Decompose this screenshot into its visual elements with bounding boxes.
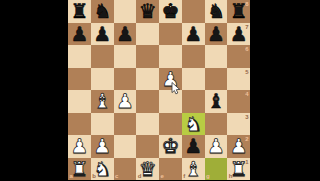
square-c1[interactable]: c (114, 158, 137, 181)
piece-black-queen[interactable]: ♛ (139, 1, 157, 21)
square-e3[interactable] (159, 113, 182, 136)
square-h6[interactable]: 6 (227, 45, 250, 68)
square-g2[interactable]: ♟ (205, 135, 228, 158)
square-f5[interactable] (182, 68, 205, 91)
square-e2[interactable]: ♚ (159, 135, 182, 158)
square-a3[interactable] (68, 113, 91, 136)
piece-white-king[interactable]: ♚ (161, 136, 179, 156)
rank-label-6: 6 (245, 46, 248, 52)
square-f2[interactable]: ♟ (182, 135, 205, 158)
square-g3[interactable] (205, 113, 228, 136)
file-label-e: e (161, 173, 164, 179)
piece-white-rook[interactable]: ♜ (230, 158, 248, 178)
piece-black-knight[interactable]: ♞ (93, 1, 111, 21)
piece-white-pawn[interactable]: ♟ (230, 136, 248, 156)
piece-white-knight[interactable]: ♞ (184, 113, 202, 133)
rank-label-4: 4 (245, 91, 248, 97)
square-a7[interactable]: ♟ (68, 23, 91, 46)
square-c8[interactable] (114, 0, 137, 23)
piece-white-knight[interactable]: ♞ (93, 158, 111, 178)
square-a4[interactable] (68, 90, 91, 113)
square-d2[interactable] (136, 135, 159, 158)
piece-black-rook[interactable]: ♜ (70, 1, 88, 21)
piece-white-queen[interactable]: ♛ (139, 158, 157, 178)
piece-black-rook[interactable]: ♜ (230, 1, 248, 21)
square-h3[interactable]: 3 (227, 113, 250, 136)
square-b7[interactable]: ♟ (91, 23, 114, 46)
square-b4[interactable]: ♝ (91, 90, 114, 113)
square-e1[interactable]: e (159, 158, 182, 181)
square-f1[interactable]: ♝f (182, 158, 205, 181)
piece-white-pawn[interactable]: ♟ (161, 68, 179, 88)
square-f8[interactable] (182, 0, 205, 23)
piece-black-knight[interactable]: ♞ (207, 1, 225, 21)
piece-black-king[interactable]: ♚ (161, 1, 179, 21)
square-g8[interactable]: ♞ (205, 0, 228, 23)
square-f6[interactable] (182, 45, 205, 68)
piece-white-bishop[interactable]: ♝ (93, 91, 111, 111)
square-e6[interactable] (159, 45, 182, 68)
square-a1[interactable]: ♜a (68, 158, 91, 181)
piece-black-pawn[interactable]: ♟ (184, 136, 202, 156)
piece-black-pawn[interactable]: ♟ (230, 23, 248, 43)
square-g1[interactable]: g (205, 158, 228, 181)
square-b8[interactable]: ♞ (91, 0, 114, 23)
file-label-g: g (206, 173, 210, 179)
rank-label-5: 5 (245, 69, 248, 75)
square-c5[interactable] (114, 68, 137, 91)
square-b6[interactable] (91, 45, 114, 68)
square-e8[interactable]: ♚ (159, 0, 182, 23)
piece-white-rook[interactable]: ♜ (70, 158, 88, 178)
square-c2[interactable] (114, 135, 137, 158)
square-c6[interactable] (114, 45, 137, 68)
square-d8[interactable]: ♛ (136, 0, 159, 23)
square-c7[interactable]: ♟ (114, 23, 137, 46)
square-h8[interactable]: ♜8 (227, 0, 250, 23)
square-g4[interactable]: ♝ (205, 90, 228, 113)
square-a5[interactable] (68, 68, 91, 91)
square-d4[interactable] (136, 90, 159, 113)
square-b2[interactable]: ♟ (91, 135, 114, 158)
square-c3[interactable] (114, 113, 137, 136)
piece-black-bishop[interactable]: ♝ (207, 91, 225, 111)
square-g6[interactable] (205, 45, 228, 68)
rank-label-3: 3 (245, 114, 248, 120)
piece-white-pawn[interactable]: ♟ (70, 136, 88, 156)
piece-black-pawn[interactable]: ♟ (116, 23, 134, 43)
square-c4[interactable]: ♟ (114, 90, 137, 113)
piece-black-pawn[interactable]: ♟ (207, 23, 225, 43)
square-h4[interactable]: 4 (227, 90, 250, 113)
square-h1[interactable]: ♜1h (227, 158, 250, 181)
square-f7[interactable]: ♟ (182, 23, 205, 46)
screen: ♜♞♛♚♞♜8♟♟♟♟♟♟76♟5♝♟♝4♞3♟♟♚♟♟♟2♜a♞bc♛de♝f… (0, 0, 320, 180)
chess-board: ♜♞♛♚♞♜8♟♟♟♟♟♟76♟5♝♟♝4♞3♟♟♚♟♟♟2♜a♞bc♛de♝f… (68, 0, 250, 180)
piece-black-pawn[interactable]: ♟ (70, 23, 88, 43)
piece-black-pawn[interactable]: ♟ (184, 23, 202, 43)
square-e4[interactable] (159, 90, 182, 113)
square-b1[interactable]: ♞b (91, 158, 114, 181)
square-e7[interactable] (159, 23, 182, 46)
square-d7[interactable] (136, 23, 159, 46)
square-d5[interactable] (136, 68, 159, 91)
piece-black-pawn[interactable]: ♟ (93, 23, 111, 43)
piece-white-pawn[interactable]: ♟ (93, 136, 111, 156)
square-f4[interactable] (182, 90, 205, 113)
file-label-c: c (115, 173, 118, 179)
square-b5[interactable] (91, 68, 114, 91)
square-a8[interactable]: ♜ (68, 0, 91, 23)
square-a2[interactable]: ♟ (68, 135, 91, 158)
square-h5[interactable]: 5 (227, 68, 250, 91)
square-d1[interactable]: ♛d (136, 158, 159, 181)
square-g5[interactable] (205, 68, 228, 91)
square-e5[interactable]: ♟ (159, 68, 182, 91)
piece-white-pawn[interactable]: ♟ (207, 136, 225, 156)
square-g7[interactable]: ♟ (205, 23, 228, 46)
square-d3[interactable] (136, 113, 159, 136)
square-a6[interactable] (68, 45, 91, 68)
square-h7[interactable]: ♟7 (227, 23, 250, 46)
square-f3[interactable]: ♞ (182, 113, 205, 136)
piece-white-pawn[interactable]: ♟ (116, 91, 134, 111)
square-h2[interactable]: ♟2 (227, 135, 250, 158)
square-b3[interactable] (91, 113, 114, 136)
piece-white-bishop[interactable]: ♝ (184, 158, 202, 178)
square-d6[interactable] (136, 45, 159, 68)
